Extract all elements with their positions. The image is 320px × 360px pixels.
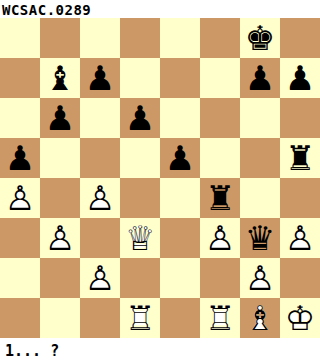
piece-outline-layer: ♔	[280, 298, 320, 338]
square-b7[interactable]: ♝	[40, 58, 80, 98]
square-e6[interactable]	[160, 98, 200, 138]
page-title: WCSAC.0289	[0, 0, 320, 18]
white-pawn[interactable]: ♟♙	[80, 258, 120, 298]
square-d2[interactable]	[120, 258, 160, 298]
black-rook[interactable]: ♜	[280, 138, 320, 178]
square-c8[interactable]	[80, 18, 120, 58]
white-pawn[interactable]: ♟♙	[40, 218, 80, 258]
square-f4[interactable]: ♜	[200, 178, 240, 218]
square-e8[interactable]	[160, 18, 200, 58]
square-g7[interactable]: ♟	[240, 58, 280, 98]
square-f7[interactable]	[200, 58, 240, 98]
square-d3[interactable]: ♛♕	[120, 218, 160, 258]
white-bishop[interactable]: ♝♗	[240, 298, 280, 338]
square-b5[interactable]	[40, 138, 80, 178]
piece-outline-layer: ♙	[80, 258, 120, 298]
square-g4[interactable]	[240, 178, 280, 218]
piece-outline-layer: ♙	[80, 178, 120, 218]
black-pawn[interactable]: ♟	[280, 58, 320, 98]
square-a4[interactable]: ♟♙	[0, 178, 40, 218]
piece-outline-layer: ♖	[200, 298, 240, 338]
square-b4[interactable]	[40, 178, 80, 218]
black-bishop[interactable]: ♝	[40, 58, 80, 98]
square-e1[interactable]	[160, 298, 200, 338]
square-h4[interactable]	[280, 178, 320, 218]
square-a1[interactable]	[0, 298, 40, 338]
white-king[interactable]: ♚♔	[280, 298, 320, 338]
square-b3[interactable]: ♟♙	[40, 218, 80, 258]
square-d1[interactable]: ♜♖	[120, 298, 160, 338]
black-pawn[interactable]: ♟	[160, 138, 200, 178]
piece-outline-layer: ♙	[280, 218, 320, 258]
piece-outline-layer: ♗	[240, 298, 280, 338]
move-prompt: 1... ?	[0, 338, 320, 360]
square-g3[interactable]: ♛	[240, 218, 280, 258]
piece-outline-layer: ♖	[120, 298, 160, 338]
piece-outline-layer: ♙	[40, 218, 80, 258]
black-rook[interactable]: ♜	[200, 178, 240, 218]
square-d7[interactable]	[120, 58, 160, 98]
black-pawn[interactable]: ♟	[80, 58, 120, 98]
square-a7[interactable]	[0, 58, 40, 98]
piece-outline-layer: ♙	[240, 258, 280, 298]
square-f3[interactable]: ♟♙	[200, 218, 240, 258]
square-c6[interactable]	[80, 98, 120, 138]
square-f8[interactable]	[200, 18, 240, 58]
square-h7[interactable]: ♟	[280, 58, 320, 98]
square-c4[interactable]: ♟♙	[80, 178, 120, 218]
white-rook[interactable]: ♜♖	[120, 298, 160, 338]
chess-board: ♚♝♟♟♟♟♟♟♟♜♟♙♟♙♜♟♙♛♕♟♙♛♟♙♟♙♟♙♜♖♜♖♝♗♚♔	[0, 18, 320, 338]
square-c1[interactable]	[80, 298, 120, 338]
square-a6[interactable]	[0, 98, 40, 138]
white-pawn[interactable]: ♟♙	[240, 258, 280, 298]
square-b8[interactable]	[40, 18, 80, 58]
square-g5[interactable]	[240, 138, 280, 178]
square-e3[interactable]	[160, 218, 200, 258]
square-f2[interactable]	[200, 258, 240, 298]
square-h1[interactable]: ♚♔	[280, 298, 320, 338]
square-a5[interactable]: ♟	[0, 138, 40, 178]
square-f1[interactable]: ♜♖	[200, 298, 240, 338]
square-h5[interactable]: ♜	[280, 138, 320, 178]
square-h8[interactable]	[280, 18, 320, 58]
square-d8[interactable]	[120, 18, 160, 58]
white-pawn[interactable]: ♟♙	[80, 178, 120, 218]
black-pawn[interactable]: ♟	[40, 98, 80, 138]
piece-outline-layer: ♕	[120, 218, 160, 258]
black-queen[interactable]: ♛	[240, 218, 280, 258]
square-g8[interactable]: ♚	[240, 18, 280, 58]
black-king[interactable]: ♚	[240, 18, 280, 58]
square-h6[interactable]	[280, 98, 320, 138]
square-c7[interactable]: ♟	[80, 58, 120, 98]
square-e5[interactable]: ♟	[160, 138, 200, 178]
square-d4[interactable]	[120, 178, 160, 218]
black-pawn[interactable]: ♟	[0, 138, 40, 178]
square-d5[interactable]	[120, 138, 160, 178]
white-queen[interactable]: ♛♕	[120, 218, 160, 258]
piece-outline-layer: ♙	[0, 178, 40, 218]
square-e7[interactable]	[160, 58, 200, 98]
square-g6[interactable]	[240, 98, 280, 138]
square-f5[interactable]	[200, 138, 240, 178]
white-rook[interactable]: ♜♖	[200, 298, 240, 338]
square-c3[interactable]	[80, 218, 120, 258]
chess-puzzle-diagram: WCSAC.0289 ♚♝♟♟♟♟♟♟♟♜♟♙♟♙♜♟♙♛♕♟♙♛♟♙♟♙♟♙♜…	[0, 0, 320, 360]
square-f6[interactable]	[200, 98, 240, 138]
square-d6[interactable]: ♟	[120, 98, 160, 138]
square-b6[interactable]: ♟	[40, 98, 80, 138]
square-h2[interactable]	[280, 258, 320, 298]
square-e4[interactable]	[160, 178, 200, 218]
white-pawn[interactable]: ♟♙	[200, 218, 240, 258]
square-a2[interactable]	[0, 258, 40, 298]
black-pawn[interactable]: ♟	[240, 58, 280, 98]
square-a8[interactable]	[0, 18, 40, 58]
black-pawn[interactable]: ♟	[120, 98, 160, 138]
piece-outline-layer: ♙	[200, 218, 240, 258]
square-c5[interactable]	[80, 138, 120, 178]
square-g2[interactable]: ♟♙	[240, 258, 280, 298]
square-c2[interactable]: ♟♙	[80, 258, 120, 298]
square-g1[interactable]: ♝♗	[240, 298, 280, 338]
square-h3[interactable]: ♟♙	[280, 218, 320, 258]
white-pawn[interactable]: ♟♙	[0, 178, 40, 218]
square-b2[interactable]	[40, 258, 80, 298]
white-pawn[interactable]: ♟♙	[280, 218, 320, 258]
square-a3[interactable]	[0, 218, 40, 258]
square-e2[interactable]	[160, 258, 200, 298]
square-b1[interactable]	[40, 298, 80, 338]
